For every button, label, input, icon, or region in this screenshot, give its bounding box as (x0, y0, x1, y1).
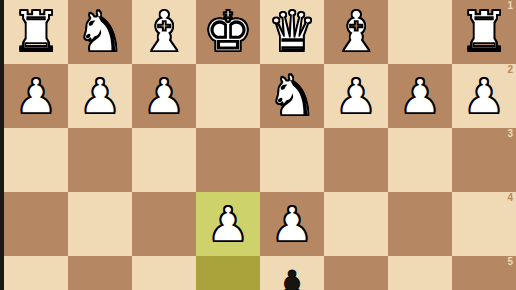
square-f3[interactable] (132, 128, 196, 192)
board-viewport: ♜♞♝♚♛♝♜1♟♟♟♞♟♟♟23♟♟4♟5 (0, 0, 516, 290)
piece-white-bishop-f1[interactable]: ♝ (132, 0, 196, 64)
piece-white-pawn-h2[interactable]: ♟ (4, 64, 68, 128)
square-c5[interactable] (324, 256, 388, 290)
square-e3[interactable] (196, 128, 260, 192)
square-e1[interactable]: ♚ (196, 0, 260, 64)
rank-label-2: 2 (507, 65, 513, 75)
square-d3[interactable] (260, 128, 324, 192)
square-a2[interactable]: ♟2 (452, 64, 516, 128)
chess-board[interactable]: ♜♞♝♚♛♝♜1♟♟♟♞♟♟♟23♟♟4♟5 (4, 0, 516, 290)
piece-white-pawn-c2[interactable]: ♟ (324, 64, 388, 128)
square-g4[interactable] (68, 192, 132, 256)
piece-white-pawn-e4[interactable]: ♟ (196, 192, 260, 256)
piece-white-rook-h1[interactable]: ♜ (4, 0, 68, 64)
piece-white-pawn-b2[interactable]: ♟ (388, 64, 452, 128)
piece-white-king-e1[interactable]: ♚ (196, 0, 260, 64)
square-b3[interactable] (388, 128, 452, 192)
square-a1[interactable]: ♜1 (452, 0, 516, 64)
square-h4[interactable] (4, 192, 68, 256)
piece-white-pawn-d4[interactable]: ♟ (260, 192, 324, 256)
piece-white-pawn-f2[interactable]: ♟ (132, 64, 196, 128)
square-h2[interactable]: ♟ (4, 64, 68, 128)
piece-white-rook-a1[interactable]: ♜ (452, 0, 516, 64)
piece-white-pawn-g2[interactable]: ♟ (68, 64, 132, 128)
rank-label-1: 1 (507, 1, 513, 11)
square-b1[interactable] (388, 0, 452, 64)
square-d1[interactable]: ♛ (260, 0, 324, 64)
square-d4[interactable]: ♟ (260, 192, 324, 256)
rank-label-4: 4 (507, 193, 513, 203)
square-h1[interactable]: ♜ (4, 0, 68, 64)
piece-white-pawn-a2[interactable]: ♟ (452, 64, 516, 128)
piece-white-bishop-c1[interactable]: ♝ (324, 0, 388, 64)
square-b4[interactable] (388, 192, 452, 256)
square-c3[interactable] (324, 128, 388, 192)
square-f2[interactable]: ♟ (132, 64, 196, 128)
square-e2[interactable] (196, 64, 260, 128)
square-f5[interactable] (132, 256, 196, 290)
square-d2[interactable]: ♞ (260, 64, 324, 128)
piece-white-queen-d1[interactable]: ♛ (260, 0, 324, 64)
square-a5[interactable]: 5 (452, 256, 516, 290)
square-b2[interactable]: ♟ (388, 64, 452, 128)
square-b5[interactable] (388, 256, 452, 290)
square-c2[interactable]: ♟ (324, 64, 388, 128)
square-c4[interactable] (324, 192, 388, 256)
piece-white-knight-g1[interactable]: ♞ (68, 0, 132, 64)
square-f1[interactable]: ♝ (132, 0, 196, 64)
square-c1[interactable]: ♝ (324, 0, 388, 64)
square-d5[interactable]: ♟ (260, 256, 324, 290)
square-e4[interactable]: ♟ (196, 192, 260, 256)
rank-label-3: 3 (507, 129, 513, 139)
piece-black-pawn-d5[interactable]: ♟ (260, 256, 324, 290)
square-a3[interactable]: 3 (452, 128, 516, 192)
square-g2[interactable]: ♟ (68, 64, 132, 128)
square-g1[interactable]: ♞ (68, 0, 132, 64)
piece-white-knight-d2[interactable]: ♞ (260, 64, 324, 128)
square-h3[interactable] (4, 128, 68, 192)
square-e5[interactable] (196, 256, 260, 290)
square-g3[interactable] (68, 128, 132, 192)
rank-label-5: 5 (507, 257, 513, 267)
square-h5[interactable] (4, 256, 68, 290)
square-a4[interactable]: 4 (452, 192, 516, 256)
square-f4[interactable] (132, 192, 196, 256)
square-g5[interactable] (68, 256, 132, 290)
